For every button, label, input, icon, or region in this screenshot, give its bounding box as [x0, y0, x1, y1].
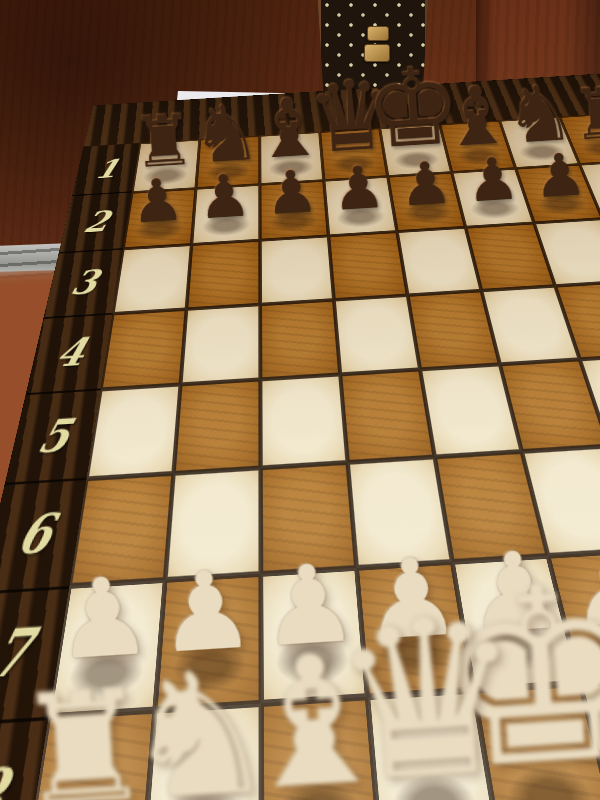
rank-label-cell-4: 4 — [26, 313, 113, 393]
board-3d-scene: 12345678 HGFEDCBA ♜♞♝♛♚♝♞♜♟♟♟♟♟♟♟♟♟♟♟♟♟♟… — [0, 0, 600, 800]
square-h3 — [113, 245, 192, 314]
chess-board: 12345678 HGFEDCBA ♜♞♝♛♚♝♞♜♟♟♟♟♟♟♟♟♟♟♟♟♟♟… — [0, 70, 600, 800]
rank-label: 3 — [66, 262, 103, 302]
square-e4 — [334, 295, 420, 374]
board-tilt-group: 12345678 HGFEDCBA ♜♞♝♛♚♝♞♜♟♟♟♟♟♟♟♟♟♟♟♟♟♟… — [0, 0, 600, 800]
square-f3 — [260, 236, 334, 305]
square-f5 — [260, 374, 347, 467]
square-e8: ♛ — [367, 690, 500, 800]
square-h5 — [86, 384, 180, 478]
square-g3 — [186, 240, 260, 309]
white-knight-g8: ♞ — [146, 703, 261, 800]
square-h4 — [101, 309, 187, 389]
rank-label: 5 — [32, 408, 77, 463]
square-g4 — [181, 304, 261, 384]
rank-label-cell-5: 5 — [5, 388, 101, 483]
white-queen-glyph: ♛ — [249, 585, 600, 800]
white-queen-e8: ♛ — [367, 690, 491, 800]
square-c4 — [481, 286, 579, 364]
square-e5 — [340, 369, 434, 462]
rank-label: 6 — [9, 501, 60, 566]
rank-label: 4 — [50, 330, 91, 377]
square-c5 — [500, 359, 600, 451]
square-g8: ♞ — [142, 703, 261, 800]
chess-set-photo: 12345678 HGFEDCBA ♜♞♝♛♚♝♞♜♟♟♟♟♟♟♟♟♟♟♟♟♟♟… — [0, 0, 600, 800]
square-f4 — [260, 300, 340, 380]
square-g5 — [174, 379, 261, 473]
black-pawn-a2: ♟ — [580, 160, 600, 201]
square-e3 — [329, 232, 408, 300]
rank-label-cell-3: 3 — [44, 248, 123, 317]
